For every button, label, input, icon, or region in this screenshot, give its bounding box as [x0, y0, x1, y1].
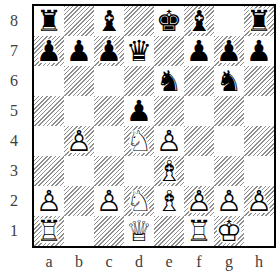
- square-g7[interactable]: ♟: [214, 36, 244, 66]
- white-knight: ♞♘: [124, 186, 154, 216]
- square-d6[interactable]: [124, 66, 154, 96]
- square-d1[interactable]: ♛♕: [124, 216, 154, 246]
- square-e4[interactable]: ♟♙: [154, 126, 184, 156]
- square-e5[interactable]: [154, 96, 184, 126]
- white-pawn-glyph: ♙: [34, 186, 64, 216]
- square-h6[interactable]: [244, 66, 274, 96]
- white-pawn: ♟♙: [34, 186, 64, 216]
- black-bishop-glyph: ♝: [184, 6, 214, 36]
- square-g6[interactable]: ♞: [214, 66, 244, 96]
- black-pawn-glyph: ♟: [184, 36, 214, 66]
- square-e1[interactable]: [154, 216, 184, 246]
- black-king: ♚: [154, 6, 184, 36]
- rank-label-3: 3: [0, 156, 28, 186]
- file-label-c: c: [94, 250, 124, 274]
- rank-label-6: 6: [0, 66, 28, 96]
- black-queen: ♛: [124, 36, 154, 66]
- rank-label-2: 2: [0, 186, 28, 216]
- black-knight: ♞: [154, 66, 184, 96]
- square-d4[interactable]: ♞♘: [124, 126, 154, 156]
- black-rook: ♜: [244, 6, 274, 36]
- file-label-f: f: [184, 250, 214, 274]
- square-e2[interactable]: ♝♗: [154, 186, 184, 216]
- black-bishop: ♝: [94, 6, 124, 36]
- square-c1[interactable]: [94, 216, 124, 246]
- square-e6[interactable]: ♞: [154, 66, 184, 96]
- square-f5[interactable]: [184, 96, 214, 126]
- square-h8[interactable]: ♜: [244, 6, 274, 36]
- white-bishop-glyph: ♗: [154, 186, 184, 216]
- square-g3[interactable]: [214, 156, 244, 186]
- square-g1[interactable]: ♚♔: [214, 216, 244, 246]
- white-pawn: ♟♙: [244, 186, 274, 216]
- white-knight-glyph: ♘: [124, 126, 154, 156]
- square-d3[interactable]: [124, 156, 154, 186]
- white-knight-glyph: ♘: [124, 186, 154, 216]
- square-a4[interactable]: [34, 126, 64, 156]
- square-h7[interactable]: ♟: [244, 36, 274, 66]
- square-c6[interactable]: [94, 66, 124, 96]
- square-f2[interactable]: ♟♙: [184, 186, 214, 216]
- black-pawn-glyph: ♟: [94, 36, 124, 66]
- square-b7[interactable]: ♟: [64, 36, 94, 66]
- white-bishop: ♝♗: [154, 186, 184, 216]
- black-bishop: ♝: [184, 6, 214, 36]
- black-rook-glyph: ♜: [244, 6, 274, 36]
- black-pawn-glyph: ♟: [124, 96, 154, 126]
- white-pawn-glyph: ♙: [244, 186, 274, 216]
- file-label-b: b: [64, 250, 94, 274]
- square-e8[interactable]: ♚: [154, 6, 184, 36]
- square-b5[interactable]: [64, 96, 94, 126]
- black-pawn-glyph: ♟: [214, 36, 244, 66]
- white-pawn: ♟♙: [154, 126, 184, 156]
- rank-label-5: 5: [0, 96, 28, 126]
- square-f4[interactable]: [184, 126, 214, 156]
- black-pawn-glyph: ♟: [34, 36, 64, 66]
- square-g8[interactable]: [214, 6, 244, 36]
- rank-label-8: 8: [0, 6, 28, 36]
- white-pawn-glyph: ♙: [64, 126, 94, 156]
- square-h1[interactable]: [244, 216, 274, 246]
- black-pawn-glyph: ♟: [244, 36, 274, 66]
- white-king: ♚♔: [214, 216, 244, 246]
- white-pawn-glyph: ♙: [154, 126, 184, 156]
- black-pawn: ♟: [214, 36, 244, 66]
- black-pawn: ♟: [244, 36, 274, 66]
- square-b2[interactable]: [64, 186, 94, 216]
- rank-labels: 87654321: [0, 6, 28, 246]
- white-bishop-glyph: ♗: [154, 156, 184, 186]
- square-h3[interactable]: [244, 156, 274, 186]
- square-f6[interactable]: [184, 66, 214, 96]
- file-label-a: a: [34, 250, 64, 274]
- rank-label-1: 1: [0, 216, 28, 246]
- rank-label-4: 4: [0, 126, 28, 156]
- square-h4[interactable]: [244, 126, 274, 156]
- white-bishop: ♝♗: [154, 156, 184, 186]
- white-queen-glyph: ♕: [124, 216, 154, 246]
- black-pawn: ♟: [34, 36, 64, 66]
- square-a7[interactable]: ♟: [34, 36, 64, 66]
- white-pawn: ♟♙: [184, 186, 214, 216]
- square-g5[interactable]: [214, 96, 244, 126]
- white-pawn: ♟♙: [214, 186, 244, 216]
- white-queen: ♛♕: [124, 216, 154, 246]
- file-labels: abcdefgh: [34, 250, 274, 274]
- white-pawn-glyph: ♙: [214, 186, 244, 216]
- white-rook: ♜♖: [34, 216, 64, 246]
- white-pawn-glyph: ♙: [184, 186, 214, 216]
- square-h2[interactable]: ♟♙: [244, 186, 274, 216]
- square-a8[interactable]: ♜: [34, 6, 64, 36]
- square-c5[interactable]: [94, 96, 124, 126]
- square-c4[interactable]: [94, 126, 124, 156]
- square-d7[interactable]: ♛: [124, 36, 154, 66]
- white-rook-glyph: ♖: [34, 216, 64, 246]
- white-pawn-glyph: ♙: [94, 186, 124, 216]
- black-pawn-glyph: ♟: [64, 36, 94, 66]
- square-f3[interactable]: [184, 156, 214, 186]
- chess-diagram: 87654321 ♜♝♚♝♜♟♟♟♛♟♟♟♞♞♟♟♙♞♘♟♙♝♗♟♙♟♙♞♘♝♗…: [0, 0, 279, 280]
- square-e7[interactable]: [154, 36, 184, 66]
- file-label-g: g: [214, 250, 244, 274]
- square-a6[interactable]: [34, 66, 64, 96]
- square-f1[interactable]: ♜♖: [184, 216, 214, 246]
- black-pawn: ♟: [64, 36, 94, 66]
- square-b1[interactable]: [64, 216, 94, 246]
- square-c8[interactable]: ♝: [94, 6, 124, 36]
- square-g2[interactable]: ♟♙: [214, 186, 244, 216]
- rank-label-7: 7: [0, 36, 28, 66]
- white-rook-glyph: ♖: [184, 216, 214, 246]
- square-b6[interactable]: [64, 66, 94, 96]
- white-pawn: ♟♙: [94, 186, 124, 216]
- black-knight: ♞: [214, 66, 244, 96]
- square-a3[interactable]: [34, 156, 64, 186]
- file-label-e: e: [154, 250, 184, 274]
- black-pawn: ♟: [94, 36, 124, 66]
- square-d5[interactable]: ♟: [124, 96, 154, 126]
- file-label-d: d: [124, 250, 154, 274]
- chess-board: ♜♝♚♝♜♟♟♟♛♟♟♟♞♞♟♟♙♞♘♟♙♝♗♟♙♟♙♞♘♝♗♟♙♟♙♟♙♜♖♛…: [32, 4, 276, 248]
- square-d8[interactable]: [124, 6, 154, 36]
- square-f7[interactable]: ♟: [184, 36, 214, 66]
- white-pawn: ♟♙: [64, 126, 94, 156]
- white-king-glyph: ♔: [214, 216, 244, 246]
- square-e3[interactable]: ♝♗: [154, 156, 184, 186]
- black-queen-glyph: ♛: [124, 36, 154, 66]
- square-b3[interactable]: [64, 156, 94, 186]
- black-rook-glyph: ♜: [34, 6, 64, 36]
- square-d2[interactable]: ♞♘: [124, 186, 154, 216]
- black-knight-glyph: ♞: [154, 66, 184, 96]
- black-knight-glyph: ♞: [214, 66, 244, 96]
- black-pawn: ♟: [124, 96, 154, 126]
- square-b4[interactable]: ♟♙: [64, 126, 94, 156]
- square-c7[interactable]: ♟: [94, 36, 124, 66]
- black-pawn: ♟: [184, 36, 214, 66]
- square-c3[interactable]: [94, 156, 124, 186]
- square-a2[interactable]: ♟♙: [34, 186, 64, 216]
- square-a1[interactable]: ♜♖: [34, 216, 64, 246]
- square-g4[interactable]: [214, 126, 244, 156]
- black-rook: ♜: [34, 6, 64, 36]
- square-c2[interactable]: ♟♙: [94, 186, 124, 216]
- black-bishop-glyph: ♝: [94, 6, 124, 36]
- square-f8[interactable]: ♝: [184, 6, 214, 36]
- white-knight: ♞♘: [124, 126, 154, 156]
- black-king-glyph: ♚: [154, 6, 184, 36]
- white-rook: ♜♖: [184, 216, 214, 246]
- square-h5[interactable]: [244, 96, 274, 126]
- square-a5[interactable]: [34, 96, 64, 126]
- square-b8[interactable]: [64, 6, 94, 36]
- file-label-h: h: [244, 250, 274, 274]
